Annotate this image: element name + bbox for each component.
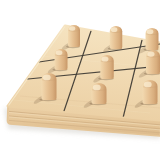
board-photo [0,0,160,160]
tic-tac-toe-board [0,0,160,160]
